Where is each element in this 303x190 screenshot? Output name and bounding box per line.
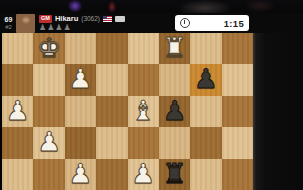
board-square-c5[interactable] bbox=[65, 127, 96, 158]
board-square-b4[interactable] bbox=[33, 159, 64, 190]
board-square-b5[interactable]: ♟ bbox=[33, 127, 64, 158]
right-dark-panel bbox=[253, 33, 303, 190]
clock-time: 1:15 bbox=[224, 18, 244, 29]
captured-pawn-icon: ♟ bbox=[39, 24, 46, 31]
board-square-g8[interactable] bbox=[190, 33, 221, 64]
board-square-h4[interactable] bbox=[222, 159, 253, 190]
captured-pawn-icon: ♟ bbox=[64, 24, 71, 31]
stream-screen: 69 #2 GM Hikaru (3062) ♟♟♟♟ 1:15 ♚♜♟♟♟♝♟… bbox=[0, 0, 303, 190]
white-pawn[interactable]: ♟ bbox=[131, 159, 155, 190]
board-square-a8[interactable] bbox=[2, 33, 33, 64]
black-pawn[interactable]: ♟ bbox=[162, 96, 186, 127]
board-square-h5[interactable] bbox=[222, 127, 253, 158]
gm-title-badge: GM bbox=[39, 15, 52, 23]
board-square-e6[interactable]: ♝ bbox=[128, 96, 159, 127]
board-number: #2 bbox=[5, 24, 12, 30]
board-square-f5[interactable] bbox=[159, 127, 190, 158]
white-bishop[interactable]: ♝ bbox=[131, 96, 155, 127]
board-square-e4[interactable]: ♟ bbox=[128, 159, 159, 190]
board-square-a4[interactable] bbox=[2, 159, 33, 190]
board-square-h7[interactable] bbox=[222, 64, 253, 95]
board-square-b7[interactable] bbox=[33, 64, 64, 95]
chess-board[interactable]: ♚♜♟♟♟♝♟♟♟♟♜ bbox=[2, 33, 253, 190]
board-square-g5[interactable] bbox=[190, 127, 221, 158]
clock-icon bbox=[180, 18, 190, 28]
board-square-e5[interactable] bbox=[128, 127, 159, 158]
white-pawn[interactable]: ♟ bbox=[68, 159, 92, 190]
board-square-c8[interactable] bbox=[65, 33, 96, 64]
score-block: 69 #2 bbox=[2, 16, 15, 30]
board-square-e7[interactable] bbox=[128, 64, 159, 95]
captured-pieces-row: ♟♟♟♟ bbox=[39, 24, 125, 31]
white-pawn[interactable]: ♟ bbox=[6, 96, 30, 127]
board-square-d7[interactable] bbox=[96, 64, 127, 95]
player-name[interactable]: Hikaru bbox=[55, 15, 78, 23]
player-rating: (3062) bbox=[81, 16, 100, 23]
white-rook[interactable]: ♜ bbox=[162, 33, 186, 64]
board-square-c7[interactable]: ♟ bbox=[65, 64, 96, 95]
us-flag-icon bbox=[103, 16, 112, 22]
board-square-g7[interactable]: ♟ bbox=[190, 64, 221, 95]
board-square-a6[interactable]: ♟ bbox=[2, 96, 33, 127]
board-square-f6[interactable]: ♟ bbox=[159, 96, 190, 127]
board-square-e8[interactable] bbox=[128, 33, 159, 64]
player-name-column: GM Hikaru (3062) ♟♟♟♟ bbox=[39, 15, 125, 31]
board-square-h8[interactable] bbox=[222, 33, 253, 64]
board-square-a5[interactable] bbox=[2, 127, 33, 158]
board-square-d4[interactable] bbox=[96, 159, 127, 190]
board-square-d6[interactable] bbox=[96, 96, 127, 127]
white-pawn[interactable]: ♟ bbox=[68, 64, 92, 95]
board-square-c6[interactable] bbox=[65, 96, 96, 127]
captured-pawn-icon: ♟ bbox=[47, 24, 54, 31]
black-pawn[interactable]: ♟ bbox=[194, 64, 218, 95]
board-square-f4[interactable]: ♜ bbox=[159, 159, 190, 190]
player-name-row: GM Hikaru (3062) bbox=[39, 15, 125, 23]
board-square-f7[interactable] bbox=[159, 64, 190, 95]
white-king[interactable]: ♚ bbox=[37, 33, 61, 64]
board-square-c4[interactable]: ♟ bbox=[65, 159, 96, 190]
board-square-b6[interactable] bbox=[33, 96, 64, 127]
board-square-h6[interactable] bbox=[222, 96, 253, 127]
match-score: 69 bbox=[5, 16, 13, 23]
video-preview-strip[interactable] bbox=[0, 0, 303, 13]
board-square-d5[interactable] bbox=[96, 127, 127, 158]
board-square-d8[interactable] bbox=[96, 33, 127, 64]
board-square-f8[interactable]: ♜ bbox=[159, 33, 190, 64]
white-pawn[interactable]: ♟ bbox=[37, 127, 61, 158]
board-square-g6[interactable] bbox=[190, 96, 221, 127]
black-rook[interactable]: ♜ bbox=[162, 159, 186, 190]
board-square-a7[interactable] bbox=[2, 64, 33, 95]
event-badge-icon bbox=[115, 16, 125, 22]
player-info-bar: 69 #2 GM Hikaru (3062) ♟♟♟♟ bbox=[0, 13, 303, 33]
board-square-g4[interactable] bbox=[190, 159, 221, 190]
player-clock: 1:15 bbox=[175, 15, 249, 31]
captured-pawn-icon: ♟ bbox=[55, 24, 62, 31]
board-square-b8[interactable]: ♚ bbox=[33, 33, 64, 64]
player-avatar[interactable] bbox=[16, 14, 35, 33]
